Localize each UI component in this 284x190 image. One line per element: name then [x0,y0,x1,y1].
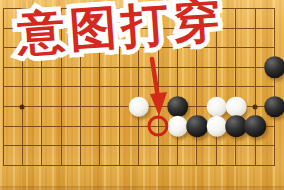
board-cell [62,107,81,127]
board-cell [236,9,255,29]
board-edge-shadow [0,186,284,190]
board-cell [23,107,42,127]
board-cell [23,87,42,107]
board-cell [120,146,139,166]
board-cell [100,107,119,127]
go-board-photo: 意图打穿 意图打穿 [0,0,284,190]
board-cell [100,127,119,147]
board-cell [256,29,275,49]
board-cell [23,68,42,88]
stone-white-P4 [226,96,247,117]
board-cell [100,146,119,166]
stone-black-N3 [186,116,208,138]
board-cell [236,68,255,88]
stone-black-P3 [225,116,247,138]
board-cell [81,107,100,127]
board-cell [62,146,81,166]
star-point-D4 [19,104,24,109]
board-cell [81,146,100,166]
board-cell [62,127,81,147]
board-cell [256,9,275,29]
board-cell [197,68,216,88]
board-cell [42,127,61,147]
stone-white-O3 [206,116,227,137]
board-cell [139,146,158,166]
board-cell [217,48,236,68]
board-cell [100,87,119,107]
stone-black-R6 [264,56,284,78]
board-cell [42,87,61,107]
board-cell [236,48,255,68]
board-cell [197,48,216,68]
stone-black-Q3 [245,116,267,138]
board-cell [23,146,42,166]
board-cell [178,146,197,166]
board-cell [4,127,23,147]
board-cell [23,127,42,147]
board-cell [217,68,236,88]
board-cell [42,146,61,166]
board-cell [62,68,81,88]
star-point-Q4 [253,104,258,109]
board-cell [197,146,216,166]
board-cell [178,48,197,68]
board-cell [81,127,100,147]
board-cell [100,68,119,88]
board-cell [217,146,236,166]
board-cell [159,146,178,166]
red-arrow-icon [138,56,178,120]
board-cell [81,68,100,88]
stone-white-O4 [206,96,227,117]
board-cell [42,68,61,88]
board-cell [120,68,139,88]
board-cell [256,146,275,166]
board-cell [62,87,81,107]
annotation-text: 意图打穿 [16,0,227,57]
board-cell [236,146,255,166]
board-cell [236,29,255,49]
board-cell [81,87,100,107]
board-cell [42,107,61,127]
board-cell [4,146,23,166]
board-cell [4,68,23,88]
stone-black-R4 [264,96,284,118]
board-cell [4,107,23,127]
board-cell [178,68,197,88]
board-cell [120,127,139,147]
